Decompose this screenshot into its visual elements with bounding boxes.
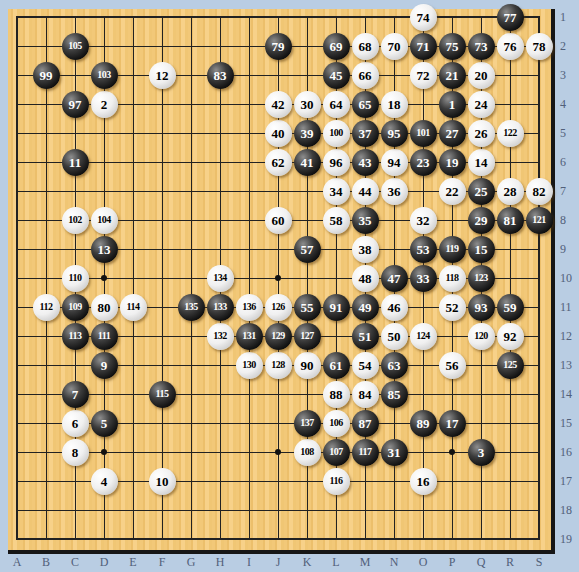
grid-line-horizontal: [16, 394, 540, 395]
stone-white-16[interactable]: 16: [410, 468, 437, 495]
stone-white-6[interactable]: 6: [62, 410, 89, 437]
stone-white-30[interactable]: 30: [294, 91, 321, 118]
stone-black-5[interactable]: 5: [91, 410, 118, 437]
stone-black-107[interactable]: 107: [323, 439, 350, 466]
stone-white-4[interactable]: 4: [91, 468, 118, 495]
stone-black-7[interactable]: 7: [62, 381, 89, 408]
stone-white-64[interactable]: 64: [323, 91, 350, 118]
stone-white-66[interactable]: 66: [352, 62, 379, 89]
stone-white-10[interactable]: 10: [149, 468, 176, 495]
column-label-N: N: [384, 555, 404, 570]
star-point: [101, 275, 107, 281]
row-label-3: 3: [560, 68, 579, 83]
stone-white-116[interactable]: 116: [323, 468, 350, 495]
stone-white-84[interactable]: 84: [352, 381, 379, 408]
stone-black-131[interactable]: 131: [236, 323, 263, 350]
stone-black-41[interactable]: 41: [294, 149, 321, 176]
stone-black-11[interactable]: 11: [62, 149, 89, 176]
column-label-P: P: [442, 555, 462, 570]
stone-white-2[interactable]: 2: [91, 91, 118, 118]
stone-white-58[interactable]: 58: [323, 207, 350, 234]
stone-black-55[interactable]: 55: [294, 294, 321, 321]
stone-white-76[interactable]: 76: [497, 33, 524, 60]
stone-white-122[interactable]: 122: [497, 120, 524, 147]
stone-black-85[interactable]: 85: [381, 381, 408, 408]
stone-black-109[interactable]: 109: [62, 294, 89, 321]
stone-black-27[interactable]: 27: [439, 120, 466, 147]
stone-black-113[interactable]: 113: [62, 323, 89, 350]
column-label-G: G: [181, 555, 201, 570]
stone-black-93[interactable]: 93: [468, 294, 495, 321]
stone-white-32[interactable]: 32: [410, 207, 437, 234]
row-label-5: 5: [560, 126, 579, 141]
stone-white-12[interactable]: 12: [149, 62, 176, 89]
stone-white-50[interactable]: 50: [381, 323, 408, 350]
stone-white-106[interactable]: 106: [323, 410, 350, 437]
stone-white-44[interactable]: 44: [352, 178, 379, 205]
stone-black-51[interactable]: 51: [352, 323, 379, 350]
row-label-13: 13: [560, 358, 579, 373]
row-label-4: 4: [560, 97, 579, 112]
stone-black-9[interactable]: 9: [91, 352, 118, 379]
stone-white-126[interactable]: 126: [265, 294, 292, 321]
stone-black-75[interactable]: 75: [439, 33, 466, 60]
column-label-S: S: [529, 555, 549, 570]
stone-black-13[interactable]: 13: [91, 236, 118, 263]
stone-white-78[interactable]: 78: [526, 33, 553, 60]
stone-white-90[interactable]: 90: [294, 352, 321, 379]
stone-black-73[interactable]: 73: [468, 33, 495, 60]
stone-white-92[interactable]: 92: [497, 323, 524, 350]
stone-black-1[interactable]: 1: [439, 91, 466, 118]
stone-white-48[interactable]: 48: [352, 265, 379, 292]
row-label-10: 10: [560, 271, 579, 286]
stone-black-29[interactable]: 29: [468, 207, 495, 234]
column-label-D: D: [94, 555, 114, 570]
stone-white-94[interactable]: 94: [381, 149, 408, 176]
stone-white-96[interactable]: 96: [323, 149, 350, 176]
row-label-1: 1: [560, 10, 579, 25]
stone-black-81[interactable]: 81: [497, 207, 524, 234]
stone-black-79[interactable]: 79: [265, 33, 292, 60]
stone-black-105[interactable]: 105: [62, 33, 89, 60]
stone-black-129[interactable]: 129: [265, 323, 292, 350]
stone-black-53[interactable]: 53: [410, 236, 437, 263]
stone-black-89[interactable]: 89: [410, 410, 437, 437]
grid-line-horizontal: [16, 538, 540, 540]
stone-black-3[interactable]: 3: [468, 439, 495, 466]
stone-white-60[interactable]: 60: [265, 207, 292, 234]
stone-white-20[interactable]: 20: [468, 62, 495, 89]
stone-white-38[interactable]: 38: [352, 236, 379, 263]
stone-white-26[interactable]: 26: [468, 120, 495, 147]
row-label-7: 7: [560, 184, 579, 199]
stone-white-18[interactable]: 18: [381, 91, 408, 118]
row-label-11: 11: [560, 300, 579, 315]
row-label-18: 18: [560, 503, 579, 518]
stone-white-54[interactable]: 54: [352, 352, 379, 379]
column-label-B: B: [36, 555, 56, 570]
stone-white-118[interactable]: 118: [439, 265, 466, 292]
stone-white-124[interactable]: 124: [410, 323, 437, 350]
stone-white-40[interactable]: 40: [265, 120, 292, 147]
stone-white-80[interactable]: 80: [91, 294, 118, 321]
stone-white-14[interactable]: 14: [468, 149, 495, 176]
stone-black-63[interactable]: 63: [381, 352, 408, 379]
stone-white-46[interactable]: 46: [381, 294, 408, 321]
stone-black-71[interactable]: 71: [410, 33, 437, 60]
stone-white-102[interactable]: 102: [62, 207, 89, 234]
stone-black-65[interactable]: 65: [352, 91, 379, 118]
column-label-C: C: [65, 555, 85, 570]
column-label-L: L: [326, 555, 346, 570]
stone-white-56[interactable]: 56: [439, 352, 466, 379]
stone-white-110[interactable]: 110: [62, 265, 89, 292]
stone-white-128[interactable]: 128: [265, 352, 292, 379]
row-label-2: 2: [560, 39, 579, 54]
stone-white-62[interactable]: 62: [265, 149, 292, 176]
stone-black-123[interactable]: 123: [468, 265, 495, 292]
stone-black-119[interactable]: 119: [439, 236, 466, 263]
column-label-E: E: [123, 555, 143, 570]
stone-black-25[interactable]: 25: [468, 178, 495, 205]
stone-white-114[interactable]: 114: [120, 294, 147, 321]
grid-line-vertical: [510, 16, 511, 540]
stone-white-130[interactable]: 130: [236, 352, 263, 379]
stone-white-120[interactable]: 120: [468, 323, 495, 350]
stone-black-33[interactable]: 33: [410, 265, 437, 292]
stone-black-37[interactable]: 37: [352, 120, 379, 147]
stone-white-74[interactable]: 74: [410, 4, 437, 31]
stone-black-43[interactable]: 43: [352, 149, 379, 176]
stone-black-135[interactable]: 135: [178, 294, 205, 321]
stone-black-137[interactable]: 137: [294, 410, 321, 437]
column-label-A: A: [7, 555, 27, 570]
stone-black-121[interactable]: 121: [526, 207, 553, 234]
stone-white-28[interactable]: 28: [497, 178, 524, 205]
column-label-Q: Q: [471, 555, 491, 570]
row-label-16: 16: [560, 445, 579, 460]
stone-white-108[interactable]: 108: [294, 439, 321, 466]
row-label-19: 19: [560, 532, 579, 547]
stone-black-117[interactable]: 117: [352, 439, 379, 466]
column-label-F: F: [152, 555, 172, 570]
stone-black-69[interactable]: 69: [323, 33, 350, 60]
row-label-17: 17: [560, 474, 579, 489]
stone-black-31[interactable]: 31: [381, 439, 408, 466]
star-point: [449, 449, 455, 455]
stone-white-72[interactable]: 72: [410, 62, 437, 89]
go-diagram: 1234567891011121314151617181920212223242…: [0, 0, 579, 572]
stone-black-95[interactable]: 95: [381, 120, 408, 147]
stone-black-17[interactable]: 17: [439, 410, 466, 437]
stone-black-39[interactable]: 39: [294, 120, 321, 147]
stone-black-133[interactable]: 133: [207, 294, 234, 321]
stone-black-77[interactable]: 77: [497, 4, 524, 31]
stone-black-87[interactable]: 87: [352, 410, 379, 437]
stone-white-68[interactable]: 68: [352, 33, 379, 60]
star-point: [101, 449, 107, 455]
stone-black-97[interactable]: 97: [62, 91, 89, 118]
column-label-O: O: [413, 555, 433, 570]
stone-black-57[interactable]: 57: [294, 236, 321, 263]
star-point: [275, 275, 281, 281]
stone-black-47[interactable]: 47: [381, 265, 408, 292]
column-label-M: M: [355, 555, 375, 570]
stone-white-100[interactable]: 100: [323, 120, 350, 147]
stone-white-88[interactable]: 88: [323, 381, 350, 408]
row-label-12: 12: [560, 329, 579, 344]
stone-black-99[interactable]: 99: [33, 62, 60, 89]
stone-white-36[interactable]: 36: [381, 178, 408, 205]
stone-white-22[interactable]: 22: [439, 178, 466, 205]
stone-white-104[interactable]: 104: [91, 207, 118, 234]
stone-white-132[interactable]: 132: [207, 323, 234, 350]
row-label-14: 14: [560, 387, 579, 402]
stone-black-21[interactable]: 21: [439, 62, 466, 89]
column-label-K: K: [297, 555, 317, 570]
star-point: [275, 449, 281, 455]
stone-black-103[interactable]: 103: [91, 62, 118, 89]
stone-black-127[interactable]: 127: [294, 323, 321, 350]
stone-black-115[interactable]: 115: [149, 381, 176, 408]
stone-white-134[interactable]: 134: [207, 265, 234, 292]
row-label-15: 15: [560, 416, 579, 431]
stone-white-112[interactable]: 112: [33, 294, 60, 321]
column-label-I: I: [239, 555, 259, 570]
column-label-H: H: [210, 555, 230, 570]
stone-black-49[interactable]: 49: [352, 294, 379, 321]
row-label-9: 9: [560, 242, 579, 257]
stone-white-24[interactable]: 24: [468, 91, 495, 118]
stone-white-52[interactable]: 52: [439, 294, 466, 321]
stone-black-111[interactable]: 111: [91, 323, 118, 350]
grid-line-vertical: [538, 16, 540, 540]
stone-white-136[interactable]: 136: [236, 294, 263, 321]
stone-white-42[interactable]: 42: [265, 91, 292, 118]
stone-black-15[interactable]: 15: [468, 236, 495, 263]
stone-black-35[interactable]: 35: [352, 207, 379, 234]
stone-black-125[interactable]: 125: [497, 352, 524, 379]
stone-white-82[interactable]: 82: [526, 178, 553, 205]
row-label-6: 6: [560, 155, 579, 170]
stone-black-83[interactable]: 83: [207, 62, 234, 89]
stone-black-61[interactable]: 61: [323, 352, 350, 379]
stone-black-101[interactable]: 101: [410, 120, 437, 147]
column-label-R: R: [500, 555, 520, 570]
stone-white-8[interactable]: 8: [62, 439, 89, 466]
stone-black-45[interactable]: 45: [323, 62, 350, 89]
grid-line-horizontal: [16, 510, 540, 511]
stone-black-19[interactable]: 19: [439, 149, 466, 176]
stone-black-91[interactable]: 91: [323, 294, 350, 321]
stone-white-34[interactable]: 34: [323, 178, 350, 205]
stone-black-59[interactable]: 59: [497, 294, 524, 321]
row-label-8: 8: [560, 213, 579, 228]
stone-white-70[interactable]: 70: [381, 33, 408, 60]
column-label-J: J: [268, 555, 288, 570]
stone-black-23[interactable]: 23: [410, 149, 437, 176]
